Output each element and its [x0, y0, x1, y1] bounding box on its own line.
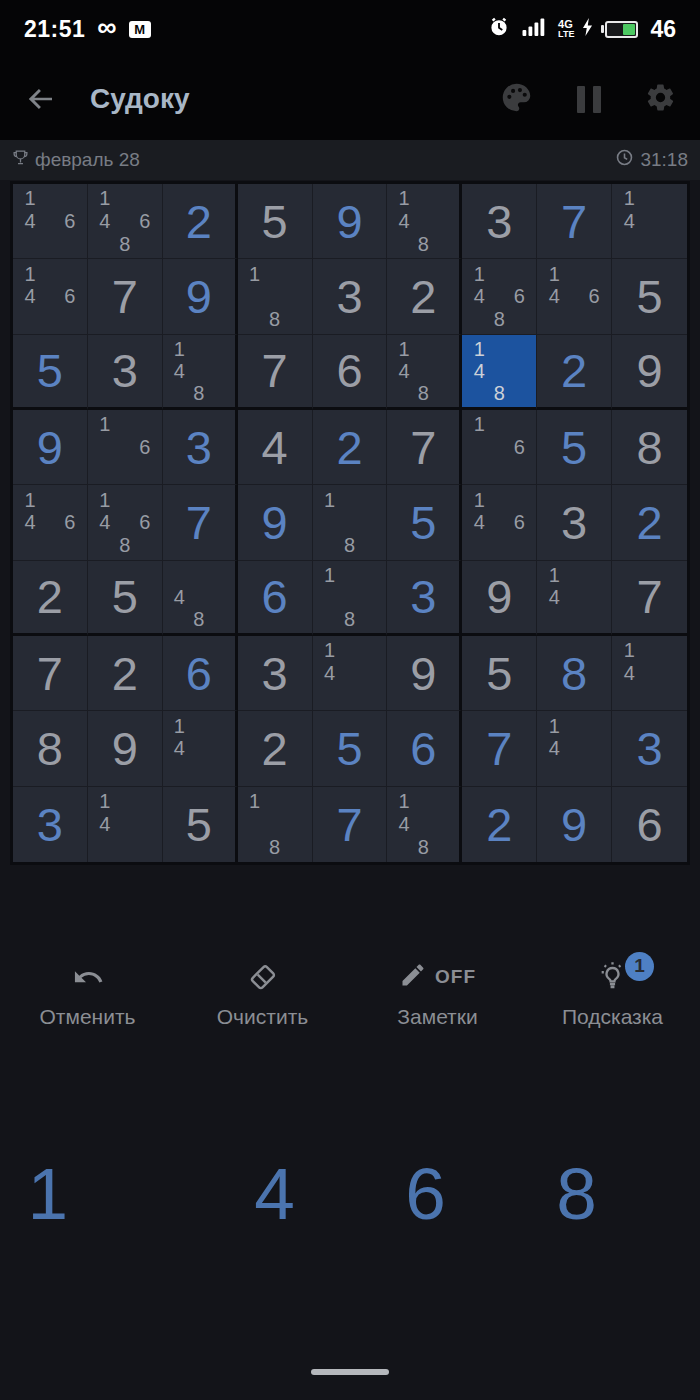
cell-r1c1[interactable]: 146: [13, 184, 88, 259]
home-indicator-bar[interactable]: [311, 1369, 389, 1375]
cell-r1c4[interactable]: 5: [238, 184, 313, 259]
cell-r5c1[interactable]: 146: [13, 485, 88, 560]
top-zone: 21:51 ∞ M 4G LTE: [0, 0, 700, 140]
cell-r3c9[interactable]: 9: [612, 335, 687, 410]
pencil-notes: 14: [537, 561, 611, 633]
cell-r9c4[interactable]: 18: [238, 787, 313, 862]
pencil-notes: 18: [238, 259, 312, 333]
cell-r8c1[interactable]: 8: [13, 711, 88, 786]
cell-r9c2[interactable]: 14: [88, 787, 163, 862]
timer-icon: [615, 148, 634, 172]
infinity-icon: ∞: [97, 14, 116, 41]
cell-r4c2[interactable]: 16: [88, 410, 163, 485]
cell-r3c7[interactable]: 148: [462, 335, 537, 410]
cell-r9c6[interactable]: 148: [387, 787, 462, 862]
notes-button[interactable]: OFF Заметки: [350, 951, 525, 1029]
cell-r9c3[interactable]: 5: [163, 787, 238, 862]
cell-r2c2[interactable]: 7: [88, 259, 163, 334]
numpad-empty-slot: [312, 1141, 388, 1246]
numpad-digit-8[interactable]: 8: [539, 1141, 615, 1246]
cell-r4c8[interactable]: 5: [537, 410, 612, 485]
cell-r6c2[interactable]: 5: [88, 561, 163, 636]
cell-r3c1[interactable]: 5: [13, 335, 88, 410]
pencil-notes: 18: [313, 485, 387, 559]
pencil-notes: 146: [13, 259, 87, 333]
cell-r9c7[interactable]: 2: [462, 787, 537, 862]
alarm-icon: [488, 16, 510, 42]
cell-r7c2[interactable]: 2: [88, 636, 163, 711]
cell-r6c4[interactable]: 6: [238, 561, 313, 636]
cell-r8c9[interactable]: 3: [612, 711, 687, 786]
pencil-notes: 148: [462, 335, 536, 407]
cell-r9c1[interactable]: 3: [13, 787, 88, 862]
pencil-notes: 14: [163, 711, 235, 785]
pencil-notes: 18: [313, 561, 387, 633]
cell-r8c5[interactable]: 5: [313, 711, 388, 786]
cell-r9c8[interactable]: 9: [537, 787, 612, 862]
signal-icon: [522, 17, 546, 41]
cell-r9c9[interactable]: 6: [612, 787, 687, 862]
numpad-digit-6[interactable]: 6: [388, 1141, 464, 1246]
pencil-notes: 14: [612, 636, 687, 710]
sudoku-app-screen: 21:51 ∞ M 4G LTE: [0, 0, 700, 1400]
cell-r1c6[interactable]: 148: [387, 184, 462, 259]
cell-r7c7[interactable]: 5: [462, 636, 537, 711]
cell-r5c5[interactable]: 18: [313, 485, 388, 560]
pencil-notes: 1468: [88, 485, 162, 559]
cell-r3c4[interactable]: 7: [238, 335, 313, 410]
cell-r4c6[interactable]: 7: [387, 410, 462, 485]
network-type: 4G LTE: [558, 19, 574, 39]
timer-value: 31:18: [640, 149, 688, 171]
cell-r6c9[interactable]: 7: [612, 561, 687, 636]
cell-r7c6[interactable]: 9: [387, 636, 462, 711]
numpad-empty-slot: [86, 1141, 162, 1246]
theme-palette-button[interactable]: [500, 81, 533, 118]
erase-button[interactable]: Очистить: [175, 951, 350, 1029]
battery-percent: 46: [650, 16, 676, 43]
cell-r6c6[interactable]: 3: [387, 561, 462, 636]
cell-r7c4[interactable]: 3: [238, 636, 313, 711]
cell-r5c6[interactable]: 5: [387, 485, 462, 560]
pause-button[interactable]: [577, 86, 601, 113]
pencil-notes: 16: [462, 410, 536, 484]
cell-r9c5[interactable]: 7: [313, 787, 388, 862]
notes-state: OFF: [435, 966, 476, 988]
status-bar: 21:51 ∞ M 4G LTE: [0, 0, 700, 58]
cell-r5c2[interactable]: 1468: [88, 485, 163, 560]
pencil-notes: 1468: [88, 184, 162, 258]
sudoku-board: 1461468259148371414679183214681465531487…: [10, 181, 690, 865]
gmail-icon: M: [129, 21, 151, 38]
cell-r4c5[interactable]: 2: [313, 410, 388, 485]
eraser-icon: [247, 951, 278, 1003]
numpad: 1468: [0, 1141, 700, 1246]
charging-bolt-icon: [582, 17, 593, 41]
undo-label: Отменить: [40, 1005, 136, 1029]
numpad-digit-4[interactable]: 4: [237, 1141, 313, 1246]
cell-r5c4[interactable]: 9: [238, 485, 313, 560]
pencil-notes: 146: [462, 485, 536, 559]
board-wrap: 1461468259148371414679183214681465531487…: [0, 180, 700, 865]
cell-r8c8[interactable]: 14: [537, 711, 612, 786]
cell-r3c8[interactable]: 2: [537, 335, 612, 410]
undo-button[interactable]: Отменить: [0, 951, 175, 1029]
cell-r5c8[interactable]: 3: [537, 485, 612, 560]
back-arrow-icon: [24, 83, 56, 115]
cell-r1c3[interactable]: 2: [163, 184, 238, 259]
cell-r6c5[interactable]: 18: [313, 561, 388, 636]
pencil-notes: 14: [88, 787, 162, 862]
settings-button[interactable]: [645, 82, 676, 117]
notes-label: Заметки: [397, 1005, 477, 1029]
pencil-notes: 14: [537, 711, 611, 785]
cell-r8c3[interactable]: 14: [163, 711, 238, 786]
cell-r7c3[interactable]: 6: [163, 636, 238, 711]
cell-r2c4[interactable]: 18: [238, 259, 313, 334]
cell-r7c8[interactable]: 8: [537, 636, 612, 711]
cell-r3c2[interactable]: 3: [88, 335, 163, 410]
cell-r2c5[interactable]: 3: [313, 259, 388, 334]
cell-r4c4[interactable]: 4: [238, 410, 313, 485]
cell-r7c5[interactable]: 14: [313, 636, 388, 711]
trophy-icon: [12, 149, 29, 171]
cell-r4c9[interactable]: 8: [612, 410, 687, 485]
cell-r2c7[interactable]: 1468: [462, 259, 537, 334]
cell-r1c8[interactable]: 7: [537, 184, 612, 259]
page-title: Судоку: [90, 83, 500, 115]
cell-r3c6[interactable]: 148: [387, 335, 462, 410]
pencil-notes: 16: [88, 410, 162, 484]
numpad-empty-slot: [161, 1141, 237, 1246]
cell-r6c3[interactable]: 48: [163, 561, 238, 636]
pencil-notes: 146: [13, 184, 87, 258]
cell-r1c9[interactable]: 14: [612, 184, 687, 259]
pencil-notes: 1468: [462, 259, 536, 333]
undo-icon: [72, 951, 104, 1003]
cell-r5c3[interactable]: 7: [163, 485, 238, 560]
erase-label: Очистить: [217, 1005, 308, 1029]
cell-r4c7[interactable]: 16: [462, 410, 537, 485]
pencil-icon: [399, 961, 427, 993]
pencil-notes: 48: [163, 561, 235, 633]
pencil-notes: 148: [387, 335, 459, 407]
cell-r6c8[interactable]: 14: [537, 561, 612, 636]
toolbar: Отменить Очистить OFF Заметки 1: [0, 951, 700, 1029]
cell-r7c1[interactable]: 7: [13, 636, 88, 711]
hint-button[interactable]: 1 Подсказка: [525, 951, 700, 1029]
pencil-notes: 148: [387, 787, 459, 862]
cell-r2c8[interactable]: 146: [537, 259, 612, 334]
hint-label: Подсказка: [562, 1005, 663, 1029]
cell-r1c2[interactable]: 1468: [88, 184, 163, 259]
status-time: 21:51: [24, 16, 85, 43]
daily-challenge-date: февраль 28: [35, 149, 140, 171]
cell-r1c5[interactable]: 9: [313, 184, 388, 259]
cell-r6c7[interactable]: 9: [462, 561, 537, 636]
gear-icon: [645, 82, 676, 113]
info-bar: февраль 28 31:18: [0, 140, 700, 180]
back-button[interactable]: [24, 83, 60, 115]
cell-r8c7[interactable]: 7: [462, 711, 537, 786]
cell-r5c9[interactable]: 2: [612, 485, 687, 560]
cell-r4c3[interactable]: 3: [163, 410, 238, 485]
cell-r3c3[interactable]: 148: [163, 335, 238, 410]
pencil-notes: 148: [163, 335, 235, 407]
pencil-notes: 18: [238, 787, 312, 862]
bulb-icon: 1: [597, 960, 628, 995]
cell-r4c1[interactable]: 9: [13, 410, 88, 485]
pencil-notes: 146: [537, 259, 611, 333]
pencil-notes: 14: [612, 184, 687, 258]
battery-icon: [601, 21, 638, 38]
cell-r7c9[interactable]: 14: [612, 636, 687, 711]
cell-r2c6[interactable]: 2: [387, 259, 462, 334]
numpad-empty-slot: [463, 1141, 539, 1246]
cell-r5c7[interactable]: 146: [462, 485, 537, 560]
cell-r2c9[interactable]: 5: [612, 259, 687, 334]
hint-badge: 1: [625, 952, 654, 981]
numpad-digit-1[interactable]: 1: [10, 1141, 86, 1246]
pencil-notes: 14: [313, 636, 387, 710]
cell-r8c2[interactable]: 9: [88, 711, 163, 786]
app-header: Судоку: [0, 58, 700, 140]
pencil-notes: 146: [13, 485, 87, 559]
cell-r2c3[interactable]: 9: [163, 259, 238, 334]
pencil-notes: 148: [387, 184, 459, 258]
cell-r3c5[interactable]: 6: [313, 335, 388, 410]
cell-r8c6[interactable]: 6: [387, 711, 462, 786]
cell-r2c1[interactable]: 146: [13, 259, 88, 334]
palette-icon: [500, 81, 533, 114]
cell-r1c7[interactable]: 3: [462, 184, 537, 259]
cell-r6c1[interactable]: 2: [13, 561, 88, 636]
cell-r8c4[interactable]: 2: [238, 711, 313, 786]
numpad-empty-slot: [614, 1141, 690, 1246]
